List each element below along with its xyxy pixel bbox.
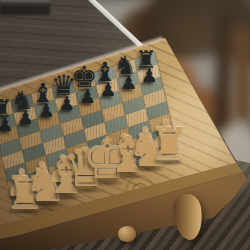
piece-white-pawn: ♟: [3, 165, 40, 202]
piece-black-rook: ♜: [0, 97, 14, 121]
piece-white-rook: ♜: [2, 171, 47, 216]
piece-black-knight: ♞: [113, 53, 139, 79]
piece-black-pawn: ♟: [37, 101, 56, 120]
piece-white-bishop: ♝: [103, 131, 153, 181]
piece-white-bishop: ♝: [41, 152, 91, 202]
photo-frame: ♜♞♝♛♚♝♞♜♟♟♟♟♟♟♟♟♟♟♟♟♟♟♟♟♜♞♝♛♚♝♞♜: [0, 0, 250, 250]
piece-white-knight: ♞: [21, 161, 69, 209]
piece-white-queen: ♛: [60, 142, 113, 195]
piece-black-king: ♚: [69, 63, 99, 93]
piece-black-rook: ♜: [134, 48, 158, 72]
piece-black-knight: ♞: [10, 88, 36, 114]
piece-black-queen: ♛: [50, 72, 78, 100]
piece-white-king: ♚: [79, 132, 134, 187]
piece-black-pawn: ♟: [99, 80, 118, 99]
piece-white-pawn: ♟: [44, 151, 81, 188]
piece-black-pawn: ♟: [16, 108, 35, 127]
pieces-layer: ♜♞♝♛♚♝♞♜♟♟♟♟♟♟♟♟♟♟♟♟♟♟♟♟♜♞♝♛♚♝♞♜: [0, 0, 250, 250]
piece-black-pawn: ♟: [0, 115, 15, 134]
piece-black-bishop: ♝: [30, 80, 57, 107]
piece-white-pawn: ♟: [127, 123, 164, 160]
piece-black-pawn: ♟: [140, 66, 159, 85]
piece-black-pawn: ♟: [57, 94, 76, 113]
piece-white-knight: ♞: [124, 126, 172, 174]
piece-white-rook: ♜: [146, 122, 191, 167]
piece-white-pawn: ♟: [85, 137, 122, 174]
piece-black-pawn: ♟: [119, 73, 138, 92]
piece-white-pawn: ♟: [106, 130, 143, 167]
piece-white-pawn: ♟: [24, 158, 61, 195]
piece-black-bishop: ♝: [92, 59, 119, 86]
piece-white-pawn: ♟: [147, 116, 184, 153]
piece-black-pawn: ♟: [78, 87, 97, 106]
piece-white-pawn: ♟: [65, 144, 102, 181]
